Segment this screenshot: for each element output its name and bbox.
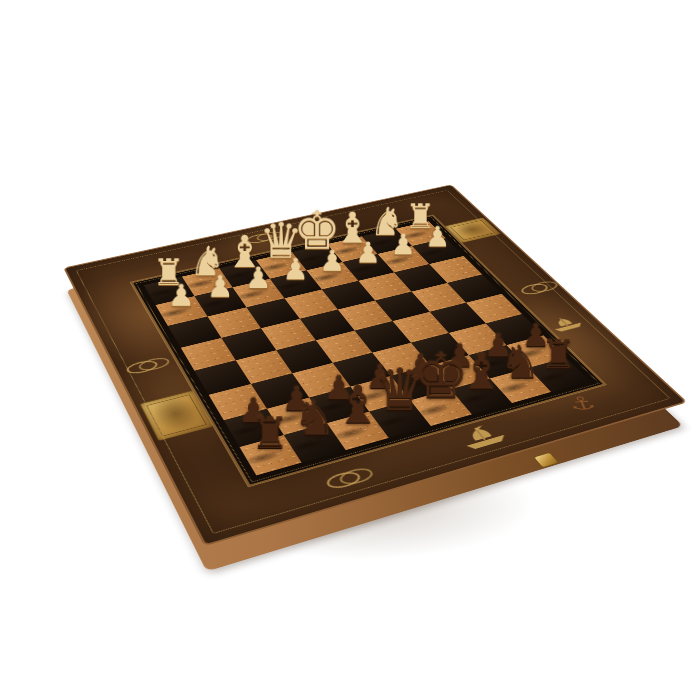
black-rook[interactable]: ♜: [230, 411, 310, 454]
square-b4[interactable]: [221, 328, 276, 360]
clasp-latch-icon: [533, 452, 560, 468]
scene-viewport: ⚓ ♜♞♝♛♚♝♞♜♟♟♟♟♟♟♟♟♟♟♟♟♟♟♟♟♜♞♝♛♚♝♞♜: [0, 0, 700, 700]
rope-knot-icon: [124, 358, 160, 375]
square-a4[interactable]: [181, 338, 236, 371]
square-d5[interactable]: [316, 331, 372, 363]
rope-knot-icon: [518, 282, 552, 297]
rope-knot-icon: [323, 469, 364, 491]
chess-board: ⚓ ♜♞♝♛♚♝♞♜♟♟♟♟♟♟♟♟♟♟♟♟♟♟♟♟♜♞♝♛♚♝♞♜: [63, 184, 687, 546]
anchor-icon: ⚓: [566, 394, 599, 413]
ship-icon: [452, 421, 512, 453]
photo-stage: ⚓ ♜♞♝♛♚♝♞♜♟♟♟♟♟♟♟♟♟♟♟♟♟♟♟♟♜♞♝♛♚♝♞♜: [0, 0, 700, 700]
